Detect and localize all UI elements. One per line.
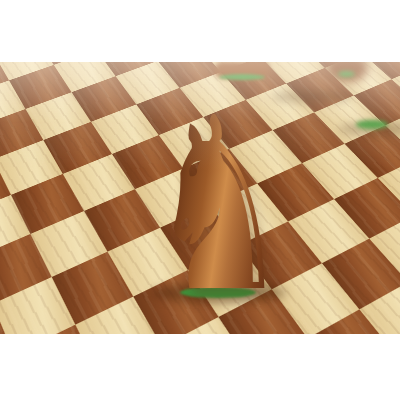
chessboard: ♟ ♟ ♞ [0, 62, 400, 334]
board-grid [0, 62, 400, 334]
product-photo: ♟ ♟ ♞ [0, 0, 400, 400]
